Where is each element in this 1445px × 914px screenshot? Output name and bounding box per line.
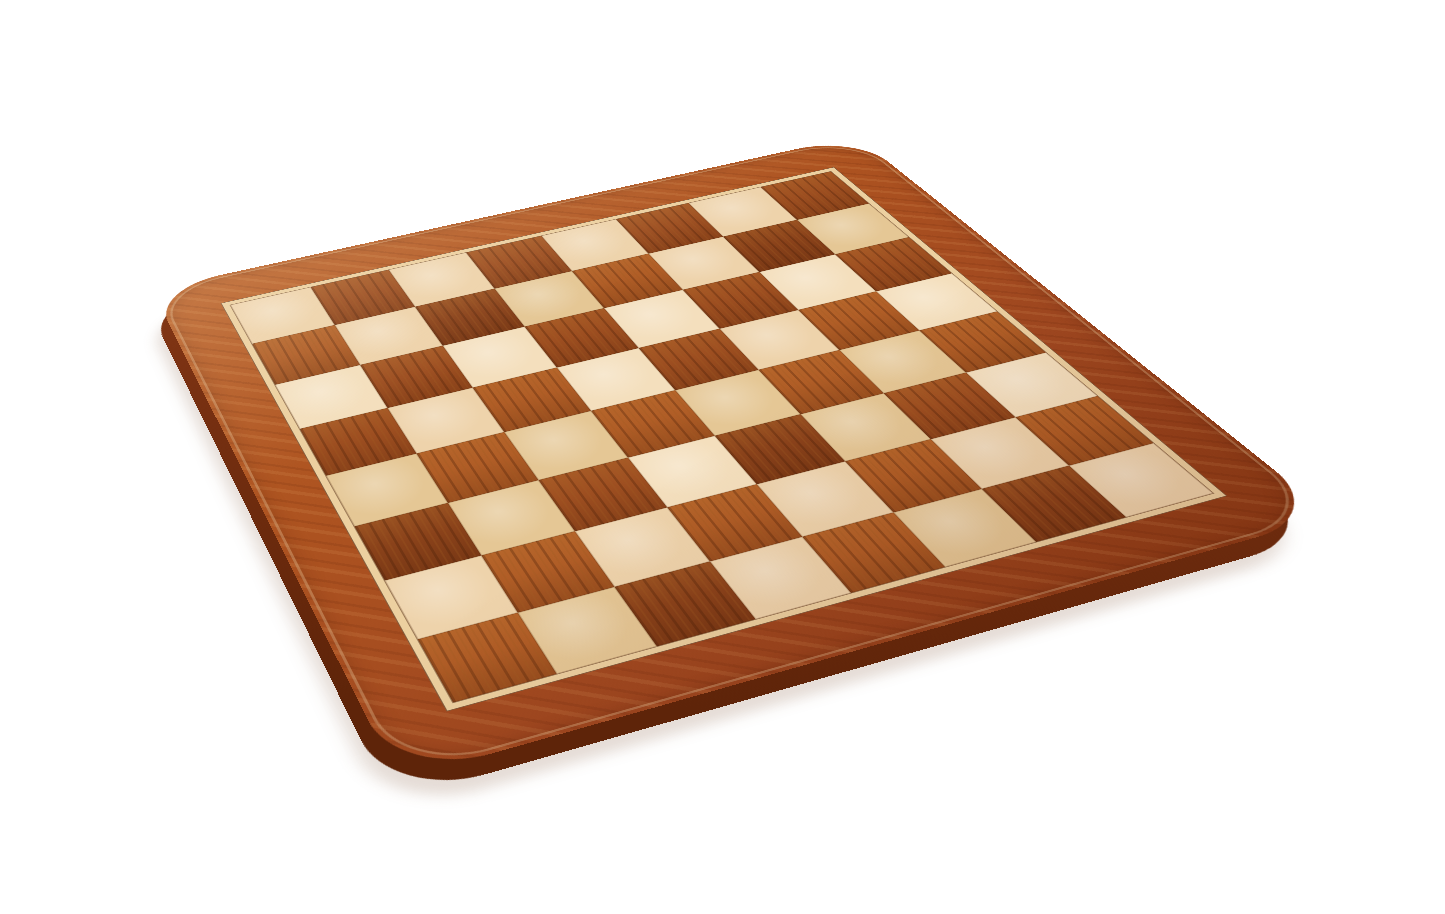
maple-border: [221, 167, 1228, 712]
board-grid: [230, 171, 1213, 702]
board-container: [0, 0, 1445, 914]
